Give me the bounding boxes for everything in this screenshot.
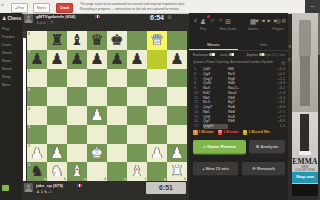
square-d1[interactable]: d bbox=[87, 162, 107, 181]
square-b5[interactable] bbox=[47, 87, 67, 106]
square-c5[interactable] bbox=[67, 87, 87, 106]
white-knight-b1[interactable]: ♞ bbox=[47, 162, 67, 181]
minimize-button[interactable]: – bbox=[305, 0, 320, 13]
rematch-button[interactable]: ⟳ Rematch bbox=[242, 162, 285, 175]
notification-dot bbox=[207, 15, 210, 18]
black-queen-d8[interactable]: ♛ bbox=[87, 31, 107, 50]
square-b2[interactable]: ♟ bbox=[47, 144, 67, 163]
black-pawn-b7[interactable]: ♟ bbox=[47, 50, 67, 69]
test-banner: al ◂ Prev Next ▾ Crash This page is part… bbox=[0, 0, 320, 14]
toggle-explore[interactable]: Explore bbox=[247, 53, 265, 57]
ad-cta-button[interactable]: Shop now bbox=[292, 172, 318, 183]
evaluation-bar-white-fill bbox=[23, 38, 26, 181]
banner-text-line1: This page is part of an automated test s… bbox=[80, 2, 185, 6]
white-king-d2[interactable]: ♚ bbox=[87, 144, 107, 163]
rank-label: 6 bbox=[28, 69, 30, 73]
banner-next-button[interactable]: Next ▾ bbox=[33, 3, 50, 13]
square-a4[interactable]: 4 bbox=[27, 106, 47, 125]
badge-text: 1 Mistake bbox=[199, 130, 214, 134]
ad-model-shoes bbox=[299, 151, 311, 155]
square-c3[interactable] bbox=[67, 125, 87, 144]
tab-label: Games bbox=[241, 27, 265, 31]
square-g1[interactable]: g bbox=[147, 162, 167, 181]
square-c1[interactable]: c♝ bbox=[67, 162, 87, 181]
white-pawn-h2[interactable]: ♟ bbox=[167, 144, 187, 163]
chess-board: 8♜♝♛♚♛7♟♟♟♟♟♟♟654♟32♟♟♚♟♟1a♞b♞c♝def♝gh♜ bbox=[27, 31, 187, 181]
game-review-label: Game Review bbox=[207, 144, 236, 149]
square-f2[interactable] bbox=[127, 144, 147, 163]
square-h1[interactable]: h♜ bbox=[167, 162, 187, 181]
black-pawn-d7[interactable]: ♟ bbox=[87, 50, 107, 69]
square-a1[interactable]: 1a♞ bbox=[27, 162, 47, 181]
square-c4[interactable] bbox=[67, 106, 87, 125]
square-e2[interactable] bbox=[107, 144, 127, 163]
sidebar-item-social[interactable]: Social bbox=[2, 67, 12, 71]
ad-brand-headline: EMMA bbox=[292, 157, 318, 166]
tab-new-game[interactable]: ⊞New Game bbox=[216, 18, 240, 31]
play-icon: ♟ bbox=[191, 18, 215, 26]
file-label: e bbox=[124, 177, 126, 181]
badge-text: 1 Blunder bbox=[223, 130, 239, 134]
white-pawn-a2[interactable]: ♟ bbox=[27, 144, 47, 163]
banner-mini-label: al bbox=[1, 3, 3, 7]
tab-label: Play bbox=[191, 27, 215, 31]
plus-icon: + bbox=[202, 166, 204, 171]
gear-icon: ⚙ bbox=[255, 144, 259, 149]
square-f6[interactable] bbox=[127, 69, 147, 88]
rank-label: 8 bbox=[28, 32, 30, 36]
square-a6[interactable]: 6 bbox=[27, 69, 47, 88]
white-bishop-c1[interactable]: ♝ bbox=[67, 162, 87, 181]
square-g6[interactable] bbox=[147, 69, 167, 88]
top-player-name[interactable]: gMTVgabriele (654) bbox=[36, 14, 75, 19]
side-panel: ♟Play⊞New Game▦Games⚇Players MovesInfo E… bbox=[189, 13, 288, 200]
game-review-button[interactable]: ⌕ Game Review bbox=[193, 140, 246, 153]
summary-badge-mistake: !1 Mistake bbox=[193, 130, 214, 135]
rematch-icon: ⟳ bbox=[252, 166, 256, 171]
top-player-clock: 6:54 bbox=[138, 14, 164, 21]
rank-label: 4 bbox=[28, 107, 30, 111]
analysis-label: Analysis bbox=[260, 144, 278, 149]
square-h2[interactable]: ♟ bbox=[167, 144, 187, 163]
nav-forward-button[interactable]: ▶ bbox=[268, 18, 271, 23]
tab-label: New Game bbox=[216, 27, 240, 31]
ad-model-legs bbox=[300, 114, 309, 152]
square-c8[interactable]: ♝ bbox=[67, 31, 87, 50]
opening-book-icon[interactable]: ▤ bbox=[281, 60, 285, 65]
toggle-pill[interactable] bbox=[229, 53, 235, 56]
black-pawn-e7[interactable]: ♟ bbox=[107, 50, 127, 69]
magnifier-icon: ⌕ bbox=[203, 144, 205, 149]
badge-mark-icon: ! bbox=[193, 130, 198, 135]
ad-label: Ad bbox=[287, 58, 291, 62]
bottom-player-clock: 6:51 bbox=[146, 182, 186, 194]
app-root: al ◂ Prev Next ▾ Crash This page is part… bbox=[0, 0, 320, 200]
black-bishop-c8[interactable]: ♝ bbox=[67, 31, 87, 50]
top-player-captured-pieces: ♙♙♙ ♘ ♖ bbox=[36, 20, 54, 25]
black-pawn-a7[interactable]: ♟ bbox=[27, 50, 47, 69]
square-h4[interactable] bbox=[167, 106, 187, 125]
ad-model-pants bbox=[300, 56, 310, 106]
square-b4[interactable] bbox=[47, 106, 67, 125]
square-b8[interactable]: ♜ bbox=[47, 31, 67, 50]
white-queen-g8[interactable]: ♛ bbox=[147, 31, 167, 50]
badge-mark-icon: ?? bbox=[218, 130, 223, 135]
ad-model-torso bbox=[299, 20, 311, 58]
new-game-button[interactable]: + New 15 min bbox=[193, 162, 238, 175]
square-f8[interactable] bbox=[127, 31, 147, 50]
nav-start-button[interactable]: |◀ bbox=[253, 18, 258, 23]
sidebar-item-puzzles[interactable]: Puzzles bbox=[2, 35, 15, 39]
logo[interactable]: ♟ Chess bbox=[2, 16, 21, 21]
banner-prev-button[interactable]: ◂ Prev bbox=[11, 3, 28, 13]
rematch-label: Rematch bbox=[257, 166, 275, 171]
bottom-player-name[interactable]: jake_sp (679) bbox=[36, 183, 63, 188]
square-f3[interactable] bbox=[127, 125, 147, 144]
white-pawn-g2[interactable]: ♟ bbox=[147, 144, 167, 163]
move-list: 5.Qd3Nf6+0.36.Qg3Nc6+0.67.Qxg7Rg8+2.18.Q… bbox=[189, 67, 288, 129]
move-eval: 1-0 bbox=[273, 124, 288, 129]
square-e5[interactable] bbox=[107, 87, 127, 106]
black-pawn-c7[interactable]: ♟ bbox=[67, 50, 87, 69]
banner-text-line2: Recording in progress — interactions on … bbox=[80, 7, 179, 11]
square-f5[interactable] bbox=[127, 87, 147, 106]
square-b1[interactable]: b♞ bbox=[47, 162, 67, 181]
black-pawn-h7[interactable]: ♟ bbox=[167, 50, 187, 69]
analysis-button[interactable]: ⚙ Analysis bbox=[249, 140, 285, 153]
square-e3[interactable] bbox=[107, 125, 127, 144]
black-pawn-f7[interactable]: ♟ bbox=[127, 50, 147, 69]
square-g8[interactable]: ♛ bbox=[147, 31, 167, 50]
square-e1[interactable]: e bbox=[107, 162, 127, 181]
subtab-info[interactable]: Info bbox=[239, 40, 288, 49]
summary-badge-blunder: ??1 Blunder bbox=[218, 130, 239, 135]
square-f4[interactable] bbox=[127, 106, 147, 125]
square-d4[interactable]: ♟ bbox=[87, 106, 107, 125]
divider bbox=[189, 50, 288, 51]
square-a5[interactable]: 5 bbox=[27, 87, 47, 106]
nav-overlay-button[interactable]: ▤ bbox=[282, 18, 286, 23]
square-f1[interactable]: f♝ bbox=[127, 162, 147, 181]
evaluation-bar bbox=[23, 31, 26, 181]
square-c6[interactable] bbox=[67, 69, 87, 88]
toggle-evaluation[interactable]: Evaluation bbox=[193, 53, 215, 57]
square-g3[interactable] bbox=[147, 125, 167, 144]
bottom-player-flag-icon bbox=[77, 184, 82, 187]
toggle-label: Lines bbox=[220, 53, 228, 57]
square-g7[interactable] bbox=[147, 50, 167, 69]
black-move[interactable] bbox=[228, 124, 253, 129]
white-move[interactable]: Qxg8# bbox=[203, 124, 228, 129]
square-d2[interactable]: ♚ bbox=[87, 144, 107, 163]
sidebar-item-watch[interactable]: Watch bbox=[2, 51, 12, 55]
summary-badge-missed-win: !1 Missed Win bbox=[243, 130, 270, 135]
sidebar-item-news[interactable]: News bbox=[2, 59, 11, 63]
square-a2[interactable]: 2♟ bbox=[27, 144, 47, 163]
bottom-player-avatar[interactable] bbox=[24, 183, 33, 192]
black-knight-a1[interactable]: ♞ bbox=[27, 162, 47, 181]
sidebar-item-learn[interactable]: Learn bbox=[2, 43, 11, 47]
new-game-icon: ⊞ bbox=[216, 18, 240, 26]
square-e8[interactable]: ♚ bbox=[107, 31, 127, 50]
square-d5[interactable] bbox=[87, 87, 107, 106]
square-b7[interactable]: ♟ bbox=[47, 50, 67, 69]
square-a8[interactable]: 8 bbox=[27, 31, 47, 50]
square-c2[interactable] bbox=[67, 144, 87, 163]
badge-mark-icon: ! bbox=[243, 130, 248, 135]
square-h8[interactable] bbox=[167, 31, 187, 50]
square-d6[interactable] bbox=[87, 69, 107, 88]
white-pawn-d4[interactable]: ♟ bbox=[87, 106, 107, 125]
rank-label: 5 bbox=[28, 88, 30, 92]
tab-play[interactable]: ♟Play bbox=[191, 18, 215, 31]
square-a7[interactable]: 7♟ bbox=[27, 50, 47, 69]
square-e7[interactable]: ♟ bbox=[107, 50, 127, 69]
engine-depth-label: Depth 18 | 1 line bbox=[263, 53, 285, 57]
square-g4[interactable] bbox=[147, 106, 167, 125]
game-summary-badges: !1 Mistake??1 Blunder!1 Missed Win bbox=[193, 130, 288, 135]
toggle-label: Evaluation bbox=[193, 53, 208, 57]
toggle-label: Explore bbox=[247, 53, 258, 57]
black-king-e8[interactable]: ♚ bbox=[107, 31, 127, 50]
top-player-avatar[interactable] bbox=[24, 14, 33, 23]
sidebar-theme-button[interactable] bbox=[2, 185, 9, 191]
sidebar-item-shop[interactable]: Shop bbox=[2, 75, 10, 79]
white-rook-h1[interactable]: ♜ bbox=[167, 162, 187, 181]
square-d7[interactable]: ♟ bbox=[87, 50, 107, 69]
sidebar: ♟ Chess PlayPuzzlesLearnWatchNewsSocialS… bbox=[0, 13, 22, 200]
square-h3[interactable] bbox=[167, 125, 187, 144]
square-h6[interactable] bbox=[167, 69, 187, 88]
white-pawn-b2[interactable]: ♟ bbox=[47, 144, 67, 163]
black-rook-b8[interactable]: ♜ bbox=[47, 31, 67, 50]
crash-button[interactable]: Crash bbox=[56, 3, 73, 13]
square-h7[interactable]: ♟ bbox=[167, 50, 187, 69]
opening-name[interactable]: Queen's Pawn Opening: Accelerated London… bbox=[193, 60, 279, 64]
ad-photo-top bbox=[292, 14, 318, 112]
nav-end-button[interactable]: ▶| bbox=[274, 18, 279, 23]
move-navigation: |◀◀▶▶|▤ bbox=[253, 18, 286, 23]
tab-label: Players bbox=[266, 27, 290, 31]
square-g2[interactable]: ♟ bbox=[147, 144, 167, 163]
move-row: 17.Qxg8#1-0 bbox=[189, 124, 288, 129]
bottom-player-captured-pieces: ♟ ♝ ♞ +1 bbox=[36, 189, 52, 194]
toggle-pill[interactable] bbox=[209, 53, 215, 56]
nav-back-button[interactable]: ◀ bbox=[261, 18, 264, 23]
white-bishop-f1[interactable]: ♝ bbox=[127, 162, 147, 181]
move-number: 17. bbox=[194, 124, 203, 129]
square-d8[interactable]: ♛ bbox=[87, 31, 107, 50]
square-e6[interactable] bbox=[107, 69, 127, 88]
subtab-moves[interactable]: Moves bbox=[189, 40, 238, 50]
sidebar-item-play[interactable]: Play bbox=[2, 27, 9, 31]
advertisement[interactable]: EMMA NEW COLLECTION Shop now bbox=[292, 14, 318, 196]
file-label: g bbox=[164, 177, 166, 181]
settings-gear-icon[interactable]: ⚙ bbox=[167, 14, 171, 20]
square-a3[interactable]: 3 bbox=[27, 125, 47, 144]
toggle-lines[interactable]: Lines bbox=[220, 53, 234, 57]
sidebar-item-more[interactable]: More bbox=[2, 83, 10, 87]
square-g5[interactable] bbox=[147, 87, 167, 106]
file-label: d bbox=[104, 177, 106, 181]
badge-text: 1 Missed Win bbox=[248, 130, 269, 134]
square-e4[interactable] bbox=[107, 106, 127, 125]
square-b3[interactable] bbox=[47, 125, 67, 144]
square-c7[interactable]: ♟ bbox=[67, 50, 87, 69]
new-game-label: New 15 min bbox=[206, 166, 229, 171]
square-f7[interactable]: ♟ bbox=[127, 50, 147, 69]
rank-label: 3 bbox=[28, 125, 30, 129]
square-h5[interactable] bbox=[167, 87, 187, 106]
square-d3[interactable] bbox=[87, 125, 107, 144]
top-player-flag-icon bbox=[95, 15, 100, 18]
square-b6[interactable] bbox=[47, 69, 67, 88]
